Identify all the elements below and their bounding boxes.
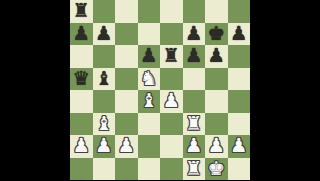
square-f6[interactable]: ♟ bbox=[183, 45, 206, 68]
square-d3[interactable] bbox=[138, 113, 161, 136]
square-b4[interactable] bbox=[93, 90, 116, 113]
square-e4[interactable]: ♟ bbox=[160, 90, 183, 113]
chess-board: ♜♟♟♟♚♟♟♜♟♟♛♝♞♝♟♝♜♟♟♟♟♟♟♜♚ bbox=[70, 0, 250, 180]
square-f1[interactable]: ♜ bbox=[183, 158, 206, 181]
square-f8[interactable] bbox=[183, 0, 206, 23]
piece-black-rook[interactable]: ♜ bbox=[163, 45, 180, 67]
square-g5[interactable] bbox=[205, 68, 228, 91]
piece-white-pawn[interactable]: ♟ bbox=[118, 135, 135, 157]
square-c7[interactable] bbox=[115, 23, 138, 46]
square-e7[interactable] bbox=[160, 23, 183, 46]
square-g4[interactable] bbox=[205, 90, 228, 113]
piece-white-pawn[interactable]: ♟ bbox=[73, 135, 90, 157]
letterbox-left bbox=[0, 0, 70, 180]
piece-black-pawn[interactable]: ♟ bbox=[185, 45, 202, 67]
square-b1[interactable] bbox=[93, 158, 116, 181]
piece-white-knight[interactable]: ♞ bbox=[140, 68, 157, 90]
square-a5[interactable]: ♛ bbox=[70, 68, 93, 91]
square-b6[interactable] bbox=[93, 45, 116, 68]
square-g6[interactable]: ♟ bbox=[205, 45, 228, 68]
square-b5[interactable]: ♝ bbox=[93, 68, 116, 91]
square-h7[interactable]: ♟ bbox=[228, 23, 251, 46]
square-h6[interactable] bbox=[228, 45, 251, 68]
piece-white-rook[interactable]: ♜ bbox=[185, 113, 202, 135]
square-c8[interactable] bbox=[115, 0, 138, 23]
square-c2[interactable]: ♟ bbox=[115, 135, 138, 158]
square-e6[interactable]: ♜ bbox=[160, 45, 183, 68]
piece-black-queen[interactable]: ♛ bbox=[73, 68, 90, 90]
square-b7[interactable]: ♟ bbox=[93, 23, 116, 46]
square-a4[interactable] bbox=[70, 90, 93, 113]
square-c4[interactable] bbox=[115, 90, 138, 113]
square-f4[interactable] bbox=[183, 90, 206, 113]
square-d7[interactable] bbox=[138, 23, 161, 46]
square-g7[interactable]: ♚ bbox=[205, 23, 228, 46]
square-f3[interactable]: ♜ bbox=[183, 113, 206, 136]
piece-black-pawn[interactable]: ♟ bbox=[230, 23, 247, 45]
square-e3[interactable] bbox=[160, 113, 183, 136]
square-d8[interactable] bbox=[138, 0, 161, 23]
square-b8[interactable] bbox=[93, 0, 116, 23]
square-a3[interactable] bbox=[70, 113, 93, 136]
square-e8[interactable] bbox=[160, 0, 183, 23]
square-a8[interactable]: ♜ bbox=[70, 0, 93, 23]
square-f2[interactable]: ♟ bbox=[183, 135, 206, 158]
piece-white-pawn[interactable]: ♟ bbox=[208, 135, 225, 157]
square-c6[interactable] bbox=[115, 45, 138, 68]
square-c5[interactable] bbox=[115, 68, 138, 91]
square-c3[interactable] bbox=[115, 113, 138, 136]
square-e1[interactable] bbox=[160, 158, 183, 181]
piece-black-pawn[interactable]: ♟ bbox=[73, 23, 90, 45]
square-a7[interactable]: ♟ bbox=[70, 23, 93, 46]
square-g1[interactable]: ♚ bbox=[205, 158, 228, 181]
square-h2[interactable]: ♟ bbox=[228, 135, 251, 158]
square-a2[interactable]: ♟ bbox=[70, 135, 93, 158]
piece-black-pawn[interactable]: ♟ bbox=[140, 45, 157, 67]
piece-black-rook[interactable]: ♜ bbox=[73, 0, 90, 22]
letterbox-right bbox=[250, 0, 320, 180]
square-d4[interactable]: ♝ bbox=[138, 90, 161, 113]
square-h1[interactable] bbox=[228, 158, 251, 181]
square-g8[interactable] bbox=[205, 0, 228, 23]
square-g2[interactable]: ♟ bbox=[205, 135, 228, 158]
square-e2[interactable] bbox=[160, 135, 183, 158]
piece-white-bishop[interactable]: ♝ bbox=[95, 113, 112, 135]
square-a1[interactable] bbox=[70, 158, 93, 181]
square-d6[interactable]: ♟ bbox=[138, 45, 161, 68]
square-h3[interactable] bbox=[228, 113, 251, 136]
app-screen: ♜♟♟♟♚♟♟♜♟♟♛♝♞♝♟♝♜♟♟♟♟♟♟♜♚ bbox=[0, 0, 320, 180]
piece-white-rook[interactable]: ♜ bbox=[185, 158, 202, 180]
square-h5[interactable] bbox=[228, 68, 251, 91]
square-d1[interactable] bbox=[138, 158, 161, 181]
square-a6[interactable] bbox=[70, 45, 93, 68]
piece-black-pawn[interactable]: ♟ bbox=[208, 45, 225, 67]
square-h4[interactable] bbox=[228, 90, 251, 113]
piece-black-king[interactable]: ♚ bbox=[208, 23, 225, 45]
piece-black-pawn[interactable]: ♟ bbox=[185, 23, 202, 45]
square-b2[interactable]: ♟ bbox=[93, 135, 116, 158]
square-d5[interactable]: ♞ bbox=[138, 68, 161, 91]
square-b3[interactable]: ♝ bbox=[93, 113, 116, 136]
piece-white-king[interactable]: ♚ bbox=[208, 158, 225, 180]
piece-black-bishop[interactable]: ♝ bbox=[95, 68, 112, 90]
piece-white-pawn[interactable]: ♟ bbox=[163, 90, 180, 112]
square-d2[interactable] bbox=[138, 135, 161, 158]
square-h8[interactable] bbox=[228, 0, 251, 23]
piece-white-pawn[interactable]: ♟ bbox=[230, 135, 247, 157]
piece-black-pawn[interactable]: ♟ bbox=[95, 23, 112, 45]
square-g3[interactable] bbox=[205, 113, 228, 136]
piece-white-bishop[interactable]: ♝ bbox=[140, 90, 157, 112]
piece-white-pawn[interactable]: ♟ bbox=[185, 135, 202, 157]
square-f7[interactable]: ♟ bbox=[183, 23, 206, 46]
piece-white-pawn[interactable]: ♟ bbox=[95, 135, 112, 157]
square-f5[interactable] bbox=[183, 68, 206, 91]
square-e5[interactable] bbox=[160, 68, 183, 91]
square-c1[interactable] bbox=[115, 158, 138, 181]
